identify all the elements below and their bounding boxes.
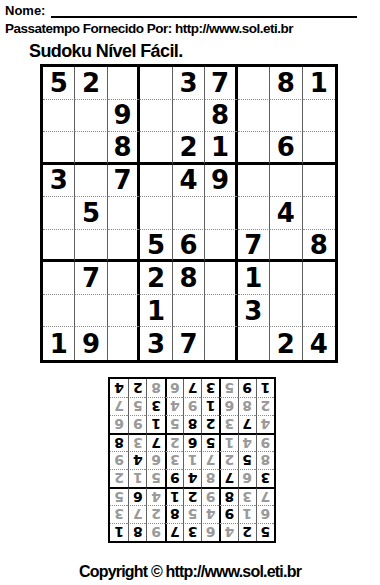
solution-cell-r6c2: 4 (238, 433, 256, 451)
puzzle-cell-r5c8: 4 (270, 197, 302, 230)
puzzle-cell-r1c8: 8 (270, 67, 302, 100)
puzzle-cell-r8c7: 3 (238, 295, 270, 328)
solution-cell-r9c1: 1 (256, 379, 274, 397)
solution-cell-r6c1: 9 (256, 433, 274, 451)
solution-cell-r3c2: 3 (238, 487, 256, 505)
puzzle-cell-r1c6: 7 (205, 67, 237, 100)
puzzle-cell-r1c2: 2 (75, 67, 107, 100)
puzzle-cell-r4c3: 7 (108, 165, 140, 198)
puzzle-cell-r8c6[interactable] (205, 295, 237, 328)
solution-cell-r1c2: 2 (238, 523, 256, 541)
solution-cell-r7c6: 5 (165, 415, 183, 433)
puzzle-cell-r4c8[interactable] (270, 165, 302, 198)
puzzle-cell-r4c1: 3 (43, 165, 75, 198)
puzzle-cell-r4c9[interactable] (303, 165, 335, 198)
solution-cell-r9c9: 4 (110, 379, 128, 397)
puzzle-cell-r9c8: 2 (270, 327, 302, 360)
puzzle-cell-r4c7[interactable] (238, 165, 270, 198)
puzzle-cell-r2c7[interactable] (238, 100, 270, 133)
solution-cell-r4c6: 9 (165, 469, 183, 487)
solution-cell-r9c3: 5 (219, 379, 237, 397)
puzzle-cell-r2c3: 9 (108, 100, 140, 133)
solution-cell-r6c3: 1 (219, 433, 237, 451)
puzzle-cell-r2c5[interactable] (173, 100, 205, 133)
solution-cell-r8c4: 1 (201, 397, 219, 415)
solution-cell-r3c5: 2 (183, 487, 201, 505)
puzzle-cell-r6c2[interactable] (75, 230, 107, 263)
puzzle-cell-r8c4: 1 (140, 295, 172, 328)
solution-cell-r1c6: 7 (165, 523, 183, 541)
solution-cell-r6c8: 3 (128, 433, 146, 451)
solution-cell-r1c9: 1 (110, 523, 128, 541)
puzzle-cell-r5c6[interactable] (205, 197, 237, 230)
solution-cell-r4c1: 3 (256, 469, 274, 487)
puzzle-cell-r6c4: 5 (140, 230, 172, 263)
puzzle-cell-r8c9[interactable] (303, 295, 335, 328)
solution-cell-r8c9: 7 (110, 397, 128, 415)
puzzle-cell-r9c5: 7 (173, 327, 205, 360)
puzzle-cell-r7c9[interactable] (303, 262, 335, 295)
puzzle-cell-r7c3[interactable] (108, 262, 140, 295)
solution-cell-r6c4: 5 (201, 433, 219, 451)
puzzle-cell-r4c2[interactable] (75, 165, 107, 198)
puzzle-cell-r2c9[interactable] (303, 100, 335, 133)
puzzle-cell-r1c3[interactable] (108, 67, 140, 100)
solution-cell-r9c2: 9 (238, 379, 256, 397)
solution-cell-r1c8: 8 (128, 523, 146, 541)
puzzle-cell-r2c1[interactable] (43, 100, 75, 133)
puzzle-cell-r5c1[interactable] (43, 197, 75, 230)
solution-cell-r4c8: 1 (128, 469, 146, 487)
puzzle-cell-r7c2: 7 (75, 262, 107, 295)
puzzle-cell-r4c4[interactable] (140, 165, 172, 198)
puzzle-cell-r2c2[interactable] (75, 100, 107, 133)
puzzle-cell-r7c6[interactable] (205, 262, 237, 295)
puzzle-cell-r7c5: 8 (173, 262, 205, 295)
puzzle-cell-r9c7[interactable] (238, 327, 270, 360)
puzzle-cell-r9c1: 1 (43, 327, 75, 360)
puzzle-cell-r7c8[interactable] (270, 262, 302, 295)
puzzle-cell-r6c9: 8 (303, 230, 335, 263)
solution-cell-r8c7: 3 (146, 397, 164, 415)
solution-cell-r8c8: 5 (128, 397, 146, 415)
puzzle-cell-r9c2: 9 (75, 327, 107, 360)
puzzle-cell-r2c6: 8 (205, 100, 237, 133)
name-blank-line[interactable] (51, 1, 357, 18)
solution-cell-r7c4: 2 (201, 415, 219, 433)
puzzle-cell-r3c5: 2 (173, 132, 205, 165)
solution-cell-r7c5: 8 (183, 415, 201, 433)
sudoku-board: 5237819882163749545678728113193724 (40, 64, 338, 363)
copyright-text: Copyright © http://www.sol.eti.br (0, 563, 380, 581)
solution-cell-r5c2: 5 (238, 451, 256, 469)
puzzle-cell-r2c4[interactable] (140, 100, 172, 133)
solution-cell-r3c1: 7 (256, 487, 274, 505)
puzzle-cell-r5c3[interactable] (108, 197, 140, 230)
puzzle-cell-r1c5: 3 (173, 67, 205, 100)
puzzle-cell-r8c5[interactable] (173, 295, 205, 328)
puzzle-cell-r8c8[interactable] (270, 295, 302, 328)
puzzle-cell-r7c7: 1 (238, 262, 270, 295)
puzzle-cell-r9c6[interactable] (205, 327, 237, 360)
solution-cell-r1c1: 5 (256, 523, 274, 541)
puzzle-cell-r1c1: 5 (43, 67, 75, 100)
solution-cell-r7c7: 1 (146, 415, 164, 433)
puzzle-cell-r3c8: 6 (270, 132, 302, 165)
solution-cell-r8c3: 6 (219, 397, 237, 415)
solution-cell-r1c4: 6 (201, 523, 219, 541)
sudoku-worksheet: Nome: Passatempo Fornecido Por: http://w… (0, 0, 380, 585)
solution-cell-r9c8: 2 (128, 379, 146, 397)
solution-board-rotated-180: 5246379816194582737389214653678495128527… (108, 377, 276, 543)
puzzle-cell-r6c7: 7 (238, 230, 270, 263)
puzzle-cell-r4c6: 9 (205, 165, 237, 198)
solution-cell-r3c8: 6 (128, 487, 146, 505)
solution-cell-r9c5: 7 (183, 379, 201, 397)
puzzle-cell-r6c3[interactable] (108, 230, 140, 263)
puzzle-cell-r1c4[interactable] (140, 67, 172, 100)
puzzle-cell-r5c5[interactable] (173, 197, 205, 230)
solution-cell-r1c5: 3 (183, 523, 201, 541)
solution-cell-r7c3: 3 (219, 415, 237, 433)
solution-cell-r8c6: 4 (165, 397, 183, 415)
solution-cell-r2c3: 9 (219, 505, 237, 523)
solution-cell-r4c3: 7 (219, 469, 237, 487)
solution-cell-r3c9: 5 (110, 487, 128, 505)
puzzle-cell-r5c7[interactable] (238, 197, 270, 230)
solution-cell-r1c7: 9 (146, 523, 164, 541)
solution-cell-r2c2: 1 (238, 505, 256, 523)
solution-cell-r2c1: 6 (256, 505, 274, 523)
solution-cell-r5c1: 8 (256, 451, 274, 469)
puzzle-cell-r6c1[interactable] (43, 230, 75, 263)
solution-cell-r6c5: 6 (183, 433, 201, 451)
solution-cell-r3c6: 1 (165, 487, 183, 505)
puzzle-cell-r1c9: 1 (303, 67, 335, 100)
puzzle-cell-r9c3[interactable] (108, 327, 140, 360)
puzzle-cell-r5c9[interactable] (303, 197, 335, 230)
solution-cell-r7c2: 7 (238, 415, 256, 433)
puzzle-cell-r9c4: 3 (140, 327, 172, 360)
solution-cell-r7c8: 9 (128, 415, 146, 433)
puzzle-cell-r6c8[interactable] (270, 230, 302, 263)
solution-cell-r4c2: 6 (238, 469, 256, 487)
solution-cell-r5c8: 4 (128, 451, 146, 469)
puzzle-cell-r5c2: 5 (75, 197, 107, 230)
puzzle-cell-r9c9: 4 (303, 327, 335, 360)
solution-cell-r5c5: 1 (183, 451, 201, 469)
puzzle-cell-r3c2[interactable] (75, 132, 107, 165)
solution-cell-r5c6: 3 (165, 451, 183, 469)
solution-cell-r4c5: 4 (183, 469, 201, 487)
puzzle-cell-r3c1[interactable] (43, 132, 75, 165)
solution-cell-r2c8: 7 (128, 505, 146, 523)
solution-cell-r2c6: 8 (165, 505, 183, 523)
puzzle-cell-r6c5: 6 (173, 230, 205, 263)
puzzle-cell-r3c6: 1 (205, 132, 237, 165)
puzzle-cell-r3c7[interactable] (238, 132, 270, 165)
solution-cell-r9c7: 8 (146, 379, 164, 397)
puzzle-cell-r5c4[interactable] (140, 197, 172, 230)
solution-cell-r9c6: 6 (165, 379, 183, 397)
solution-cell-r4c4: 8 (201, 469, 219, 487)
puzzle-cell-r8c2[interactable] (75, 295, 107, 328)
solution-cell-r9c4: 3 (201, 379, 219, 397)
solution-cell-r5c3: 2 (219, 451, 237, 469)
solution-cell-r6c9: 8 (110, 433, 128, 451)
solution-cell-r2c4: 4 (201, 505, 219, 523)
puzzle-cell-r3c3: 8 (108, 132, 140, 165)
solution-cell-r8c5: 9 (183, 397, 201, 415)
solution-cell-r3c3: 8 (219, 487, 237, 505)
name-label: Nome: (5, 3, 45, 18)
solution-cell-r5c4: 7 (201, 451, 219, 469)
solution-cell-r2c9: 3 (110, 505, 128, 523)
solution-cell-r3c7: 4 (146, 487, 164, 505)
solution-cell-r1c3: 4 (219, 523, 237, 541)
solution-cell-r5c9: 9 (110, 451, 128, 469)
provided-by-text: Passatempo Fornecido Por: http://www.sol… (5, 21, 293, 36)
solution-cell-r8c2: 8 (238, 397, 256, 415)
solution-cell-r7c9: 6 (110, 415, 128, 433)
solution-cell-r4c7: 5 (146, 469, 164, 487)
puzzle-cell-r3c9[interactable] (303, 132, 335, 165)
puzzle-cell-r2c8[interactable] (270, 100, 302, 133)
solution-cell-r6c7: 7 (146, 433, 164, 451)
puzzle-cell-r7c1[interactable] (43, 262, 75, 295)
solution-cell-r8c1: 2 (256, 397, 274, 415)
puzzle-cell-r8c1[interactable] (43, 295, 75, 328)
page-title: Sudoku Nível Fácil. (29, 41, 183, 62)
puzzle-cell-r8c3[interactable] (108, 295, 140, 328)
solution-cell-r2c7: 2 (146, 505, 164, 523)
solution-cell-r6c6: 2 (165, 433, 183, 451)
solution-cell-r5c7: 6 (146, 451, 164, 469)
puzzle-cell-r1c7[interactable] (238, 67, 270, 100)
solution-cell-r4c9: 2 (110, 469, 128, 487)
solution-cell-r3c4: 9 (201, 487, 219, 505)
puzzle-cell-r7c4: 2 (140, 262, 172, 295)
solution-cell-r2c5: 5 (183, 505, 201, 523)
puzzle-cell-r6c6[interactable] (205, 230, 237, 263)
solution-cell-r7c1: 4 (256, 415, 274, 433)
puzzle-cell-r3c4[interactable] (140, 132, 172, 165)
puzzle-cell-r4c5: 4 (173, 165, 205, 198)
